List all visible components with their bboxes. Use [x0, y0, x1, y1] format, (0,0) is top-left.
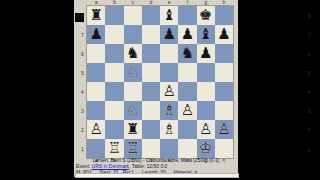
- black-pawn[interactable]: ♟: [181, 25, 194, 44]
- square-f5[interactable]: [178, 63, 196, 82]
- square-f6[interactable]: ♞: [178, 44, 196, 63]
- square-d7[interactable]: [142, 25, 160, 44]
- rank-label-1: 1: [308, 139, 311, 158]
- white-pawn[interactable]: ♙: [89, 120, 102, 139]
- square-f7[interactable]: ♟: [178, 25, 196, 44]
- black-knight[interactable]: ♞: [181, 44, 194, 63]
- square-h4[interactable]: [215, 82, 233, 101]
- square-b4[interactable]: [105, 82, 123, 101]
- square-a1[interactable]: [87, 139, 105, 158]
- square-b1[interactable]: ♖: [105, 139, 123, 158]
- square-c7[interactable]: [124, 25, 142, 44]
- square-b2[interactable]: [105, 120, 123, 139]
- game-caption: Larsen, Bent S (2560) - Chiburdanidze, M…: [74, 158, 238, 173]
- square-g3[interactable]: [197, 101, 215, 120]
- black-bishop[interactable]: ♝: [199, 25, 212, 44]
- white-pawn[interactable]: ♙: [199, 120, 212, 139]
- rank-label-3: 3: [308, 101, 311, 120]
- square-g7[interactable]: ♝: [197, 25, 215, 44]
- square-b7[interactable]: [105, 25, 123, 44]
- rank-label-8: 8: [308, 6, 311, 25]
- square-d2[interactable]: [142, 120, 160, 139]
- rank-label-7: 7: [308, 25, 311, 44]
- rank-label-7: 7: [81, 25, 84, 44]
- square-d3[interactable]: [142, 101, 160, 120]
- rank-label-2: 2: [81, 120, 84, 139]
- square-c1[interactable]: ♖: [124, 139, 142, 158]
- square-g5[interactable]: [197, 63, 215, 82]
- white-pawn[interactable]: ♙: [162, 82, 175, 101]
- square-e5[interactable]: [160, 63, 178, 82]
- white-pawn[interactable]: ♙: [217, 120, 230, 139]
- square-d8[interactable]: [142, 6, 160, 25]
- black-pawn[interactable]: ♟: [217, 25, 230, 44]
- square-g4[interactable]: [197, 82, 215, 101]
- black-pawn[interactable]: ♟: [162, 25, 175, 44]
- black-knight[interactable]: ♞: [126, 44, 139, 63]
- square-b5[interactable]: [105, 63, 123, 82]
- square-f4[interactable]: [178, 82, 196, 101]
- square-f8[interactable]: [178, 6, 196, 25]
- white-rook[interactable]: ♖: [108, 139, 121, 158]
- chess-board: ♜♝♚♟♟♟♝♟♞♞♟♘♙♘♗♙♙♜♗♙♙♖♖♔: [86, 5, 234, 159]
- black-pawn[interactable]: ♟: [199, 44, 212, 63]
- square-c4[interactable]: [124, 82, 142, 101]
- square-g1[interactable]: ♔: [197, 139, 215, 158]
- square-h2[interactable]: ♙: [215, 120, 233, 139]
- rank-labels-right: 87654321: [308, 6, 311, 158]
- rank-label-5: 5: [308, 63, 311, 82]
- rank-label-6: 6: [81, 44, 84, 63]
- square-a4[interactable]: [87, 82, 105, 101]
- square-d6[interactable]: [142, 44, 160, 63]
- rank-label-2: 2: [308, 120, 311, 139]
- rank-label-4: 4: [81, 82, 84, 101]
- rank-label-8: 8: [81, 6, 84, 25]
- square-d1[interactable]: [142, 139, 160, 158]
- rank-label-4: 4: [308, 82, 311, 101]
- white-knight[interactable]: ♘: [126, 63, 139, 82]
- black-bishop[interactable]: ♝: [162, 6, 175, 25]
- square-g2[interactable]: ♙: [197, 120, 215, 139]
- square-a2[interactable]: ♙: [87, 120, 105, 139]
- square-a7[interactable]: ♟: [87, 25, 105, 44]
- square-b6[interactable]: [105, 44, 123, 63]
- square-h5[interactable]: [215, 63, 233, 82]
- black-rook[interactable]: ♜: [126, 120, 139, 139]
- status-bar: [75, 173, 239, 178]
- square-h1[interactable]: [215, 139, 233, 158]
- white-rook[interactable]: ♖: [126, 139, 139, 158]
- square-e6[interactable]: [160, 44, 178, 63]
- rank-label-1: 1: [81, 139, 84, 158]
- rank-label-6: 6: [308, 44, 311, 63]
- square-e4[interactable]: ♙: [160, 82, 178, 101]
- square-a8[interactable]: ♜: [87, 6, 105, 25]
- square-e7[interactable]: ♟: [160, 25, 178, 44]
- black-pawn[interactable]: ♟: [89, 25, 102, 44]
- square-e3[interactable]: ♗: [160, 101, 178, 120]
- square-b3[interactable]: [105, 101, 123, 120]
- square-c8[interactable]: [124, 6, 142, 25]
- square-h7[interactable]: ♟: [215, 25, 233, 44]
- square-h6[interactable]: [215, 44, 233, 63]
- square-h3[interactable]: [215, 101, 233, 120]
- square-e8[interactable]: ♝: [160, 6, 178, 25]
- square-c2[interactable]: ♜: [124, 120, 142, 139]
- square-e1[interactable]: [160, 139, 178, 158]
- square-e2[interactable]: ♗: [160, 120, 178, 139]
- square-f1[interactable]: [178, 139, 196, 158]
- white-bishop[interactable]: ♗: [162, 120, 175, 139]
- white-pawn[interactable]: ♙: [181, 101, 194, 120]
- square-f3[interactable]: ♙: [178, 101, 196, 120]
- square-f2[interactable]: [178, 120, 196, 139]
- square-a3[interactable]: [87, 101, 105, 120]
- square-d4[interactable]: [142, 82, 160, 101]
- white-king[interactable]: ♔: [199, 139, 212, 158]
- square-a5[interactable]: [87, 63, 105, 82]
- square-h8[interactable]: [215, 6, 233, 25]
- white-bishop[interactable]: ♗: [162, 101, 175, 120]
- rank-labels-left: 87654321: [81, 6, 84, 158]
- chess-gui-panel: abcdefgh abcdefgh 87654321 87654321 ♜♝♚♟…: [74, 0, 238, 177]
- rank-label-5: 5: [81, 63, 84, 82]
- rank-label-3: 3: [81, 101, 84, 120]
- black-rook[interactable]: ♜: [89, 6, 102, 25]
- square-c3[interactable]: ♘: [124, 101, 142, 120]
- square-a6[interactable]: [87, 44, 105, 63]
- square-b8[interactable]: [105, 6, 123, 25]
- square-g6[interactable]: ♟: [197, 44, 215, 63]
- square-c6[interactable]: ♞: [124, 44, 142, 63]
- square-d5[interactable]: [142, 63, 160, 82]
- square-g8[interactable]: ♚: [197, 6, 215, 25]
- white-knight[interactable]: ♘: [126, 101, 139, 120]
- black-king[interactable]: ♚: [199, 6, 212, 25]
- square-c5[interactable]: ♘: [124, 63, 142, 82]
